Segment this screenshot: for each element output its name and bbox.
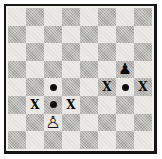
black-pawn: ♟ <box>118 62 131 77</box>
square-b2[interactable] <box>26 114 44 132</box>
square-e1[interactable] <box>80 131 98 149</box>
move-dot <box>50 101 57 108</box>
square-a7[interactable] <box>8 26 26 44</box>
move-dot <box>122 84 129 91</box>
square-h7[interactable] <box>134 26 152 44</box>
white-pawn: ♙ <box>45 114 60 131</box>
square-g7[interactable] <box>116 26 134 44</box>
square-e5[interactable] <box>80 61 98 79</box>
square-b5[interactable] <box>26 61 44 79</box>
square-d4[interactable] <box>62 78 80 96</box>
square-f8[interactable] <box>98 8 116 26</box>
square-a1[interactable] <box>8 131 26 149</box>
square-g6[interactable] <box>116 43 134 61</box>
square-c6[interactable] <box>44 43 62 61</box>
square-a3[interactable] <box>8 96 26 114</box>
board-frame: ♟XXXX♙ <box>4 4 157 154</box>
square-h8[interactable] <box>134 8 152 26</box>
capture-mark: X <box>30 99 39 111</box>
square-d8[interactable] <box>62 8 80 26</box>
square-h6[interactable] <box>134 43 152 61</box>
square-b7[interactable] <box>26 26 44 44</box>
square-d3[interactable]: X <box>62 96 80 114</box>
square-b1[interactable] <box>26 131 44 149</box>
square-c7[interactable] <box>44 26 62 44</box>
square-b4[interactable] <box>26 78 44 96</box>
page-margin: ♟XXXX♙ <box>0 0 162 159</box>
capture-mark: X <box>66 99 75 111</box>
square-e3[interactable] <box>80 96 98 114</box>
move-dot <box>50 84 57 91</box>
square-b6[interactable] <box>26 43 44 61</box>
square-b3[interactable]: X <box>26 96 44 114</box>
square-f2[interactable] <box>98 114 116 132</box>
square-c5[interactable] <box>44 61 62 79</box>
square-a4[interactable] <box>8 78 26 96</box>
square-a8[interactable] <box>8 8 26 26</box>
square-f1[interactable] <box>98 131 116 149</box>
square-g4[interactable] <box>116 78 134 96</box>
capture-mark: X <box>102 81 111 93</box>
square-g1[interactable] <box>116 131 134 149</box>
square-g2[interactable] <box>116 114 134 132</box>
square-e2[interactable] <box>80 114 98 132</box>
square-g5[interactable]: ♟ <box>116 61 134 79</box>
square-c3[interactable] <box>44 96 62 114</box>
square-e7[interactable] <box>80 26 98 44</box>
square-e6[interactable] <box>80 43 98 61</box>
square-c4[interactable] <box>44 78 62 96</box>
square-f5[interactable] <box>98 61 116 79</box>
square-e8[interactable] <box>80 8 98 26</box>
square-c8[interactable] <box>44 8 62 26</box>
chess-board: ♟XXXX♙ <box>8 8 152 149</box>
square-h1[interactable] <box>134 131 152 149</box>
square-c2[interactable]: ♙ <box>44 114 62 132</box>
square-h2[interactable] <box>134 114 152 132</box>
square-a5[interactable] <box>8 61 26 79</box>
square-d6[interactable] <box>62 43 80 61</box>
square-a6[interactable] <box>8 43 26 61</box>
square-h5[interactable] <box>134 61 152 79</box>
square-d7[interactable] <box>62 26 80 44</box>
square-a2[interactable] <box>8 114 26 132</box>
square-f7[interactable] <box>98 26 116 44</box>
square-e4[interactable] <box>80 78 98 96</box>
square-g3[interactable] <box>116 96 134 114</box>
square-d2[interactable] <box>62 114 80 132</box>
square-h3[interactable] <box>134 96 152 114</box>
square-h4[interactable]: X <box>134 78 152 96</box>
square-d5[interactable] <box>62 61 80 79</box>
capture-mark: X <box>138 81 147 93</box>
square-g8[interactable] <box>116 8 134 26</box>
square-b8[interactable] <box>26 8 44 26</box>
square-d1[interactable] <box>62 131 80 149</box>
square-c1[interactable] <box>44 131 62 149</box>
square-f4[interactable]: X <box>98 78 116 96</box>
square-f3[interactable] <box>98 96 116 114</box>
square-f6[interactable] <box>98 43 116 61</box>
